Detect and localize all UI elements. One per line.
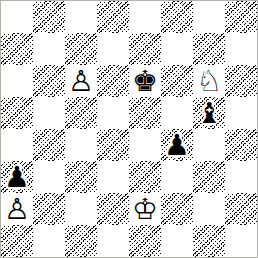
piece-white-pawn[interactable]: ♙ [65, 65, 97, 97]
square-a4[interactable] [1, 129, 33, 161]
square-h1[interactable] [225, 225, 257, 257]
square-f5[interactable] [161, 97, 193, 129]
piece-white-king[interactable]: ♔ [129, 193, 161, 225]
square-d7[interactable] [97, 33, 129, 65]
square-a6[interactable] [1, 65, 33, 97]
square-g1[interactable] [193, 225, 225, 257]
square-b2[interactable] [33, 193, 65, 225]
square-b6[interactable] [33, 65, 65, 97]
square-h2[interactable] [225, 193, 257, 225]
square-c8[interactable] [65, 1, 97, 33]
piece-black-pawn[interactable]: ♟ [1, 161, 33, 193]
square-c1[interactable] [65, 225, 97, 257]
square-f6[interactable] [161, 65, 193, 97]
square-e7[interactable] [129, 33, 161, 65]
square-c3[interactable] [65, 161, 97, 193]
square-g3[interactable] [193, 161, 225, 193]
square-d4[interactable] [97, 129, 129, 161]
square-a2[interactable]: ♙ [1, 193, 33, 225]
square-d1[interactable] [97, 225, 129, 257]
square-h6[interactable] [225, 65, 257, 97]
square-b8[interactable] [33, 1, 65, 33]
square-g2[interactable] [193, 193, 225, 225]
square-g5[interactable]: ♝ [193, 97, 225, 129]
square-h5[interactable] [225, 97, 257, 129]
piece-white-knight[interactable]: ♘ [193, 65, 225, 97]
square-b7[interactable] [33, 33, 65, 65]
square-e8[interactable] [129, 1, 161, 33]
piece-white-pawn[interactable]: ♙ [1, 193, 33, 225]
square-d3[interactable] [97, 161, 129, 193]
square-d6[interactable] [97, 65, 129, 97]
square-b3[interactable] [33, 161, 65, 193]
square-c2[interactable] [65, 193, 97, 225]
square-d8[interactable] [97, 1, 129, 33]
piece-black-bishop[interactable]: ♝ [193, 97, 225, 129]
square-f4[interactable]: ♟ [161, 129, 193, 161]
square-b1[interactable] [33, 225, 65, 257]
square-b4[interactable] [33, 129, 65, 161]
square-e6[interactable]: ♚ [129, 65, 161, 97]
square-h4[interactable] [225, 129, 257, 161]
square-e4[interactable] [129, 129, 161, 161]
square-c5[interactable] [65, 97, 97, 129]
square-f8[interactable] [161, 1, 193, 33]
square-a8[interactable] [1, 1, 33, 33]
square-d2[interactable] [97, 193, 129, 225]
piece-black-king[interactable]: ♚ [129, 65, 161, 97]
square-e5[interactable] [129, 97, 161, 129]
square-h8[interactable] [225, 1, 257, 33]
chess-board: ♙♚♘♝♟♟♙♔ [0, 0, 258, 258]
square-e3[interactable] [129, 161, 161, 193]
square-a5[interactable] [1, 97, 33, 129]
piece-black-pawn[interactable]: ♟ [161, 129, 193, 161]
square-c6[interactable]: ♙ [65, 65, 97, 97]
square-a7[interactable] [1, 33, 33, 65]
square-g6[interactable]: ♘ [193, 65, 225, 97]
square-e1[interactable] [129, 225, 161, 257]
square-f7[interactable] [161, 33, 193, 65]
square-d5[interactable] [97, 97, 129, 129]
square-g8[interactable] [193, 1, 225, 33]
square-g4[interactable] [193, 129, 225, 161]
square-h3[interactable] [225, 161, 257, 193]
square-c7[interactable] [65, 33, 97, 65]
square-f2[interactable] [161, 193, 193, 225]
square-b5[interactable] [33, 97, 65, 129]
square-c4[interactable] [65, 129, 97, 161]
square-a3[interactable]: ♟ [1, 161, 33, 193]
square-a1[interactable] [1, 225, 33, 257]
square-h7[interactable] [225, 33, 257, 65]
square-f1[interactable] [161, 225, 193, 257]
square-f3[interactable] [161, 161, 193, 193]
square-g7[interactable] [193, 33, 225, 65]
square-e2[interactable]: ♔ [129, 193, 161, 225]
